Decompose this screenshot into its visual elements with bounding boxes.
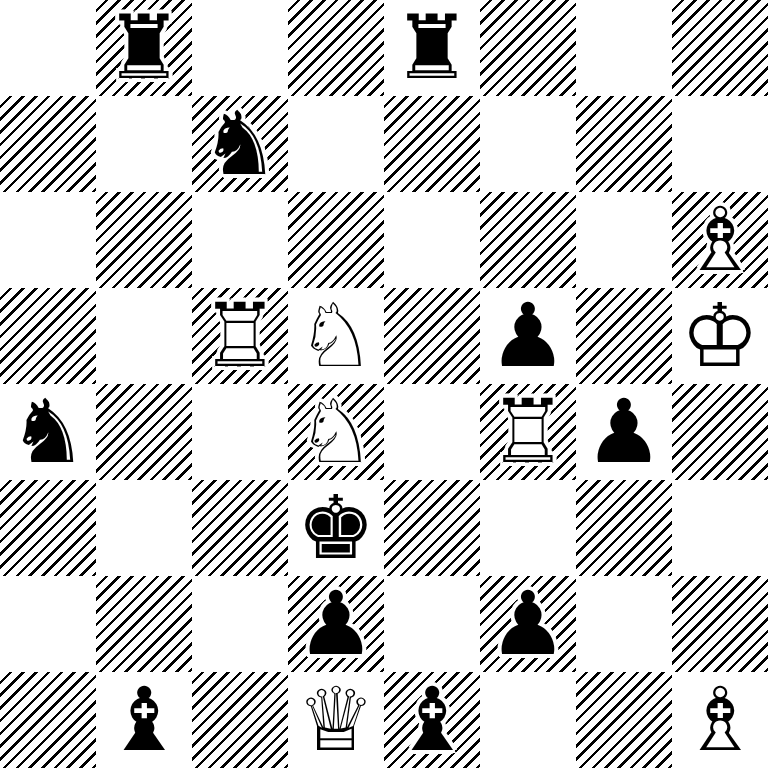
square-c7[interactable]: ♞♞ xyxy=(192,96,288,192)
piece-white-knight[interactable]: ♘ xyxy=(288,384,384,480)
square-f7[interactable] xyxy=(480,96,576,192)
square-b6[interactable] xyxy=(96,192,192,288)
square-d4[interactable]: ♞♘ xyxy=(288,384,384,480)
square-d3[interactable]: ♚♚ xyxy=(288,480,384,576)
piece-black-rook[interactable]: ♜ xyxy=(96,0,192,96)
square-e8[interactable]: ♜♜ xyxy=(384,0,480,96)
square-c5[interactable]: ♜♖ xyxy=(192,288,288,384)
piece-white-king[interactable]: ♔ xyxy=(672,288,768,384)
piece-black-king[interactable]: ♚ xyxy=(288,480,384,576)
piece-white-queen[interactable]: ♕ xyxy=(288,672,384,768)
square-h2[interactable] xyxy=(672,576,768,672)
piece-white-bishop[interactable]: ♗ xyxy=(672,192,768,288)
square-c3[interactable] xyxy=(192,480,288,576)
square-f4[interactable]: ♜♖ xyxy=(480,384,576,480)
square-a6[interactable] xyxy=(0,192,96,288)
square-b4[interactable] xyxy=(96,384,192,480)
square-e3[interactable] xyxy=(384,480,480,576)
square-h4[interactable] xyxy=(672,384,768,480)
square-f8[interactable] xyxy=(480,0,576,96)
square-e6[interactable] xyxy=(384,192,480,288)
square-e5[interactable] xyxy=(384,288,480,384)
piece-white-rook[interactable]: ♖ xyxy=(480,384,576,480)
piece-black-pawn[interactable]: ♟ xyxy=(288,576,384,672)
chess-board: ♜♜♜♜♞♞♝♗♜♖♞♘♟♟♚♔♞♞♞♘♜♖♟♟♚♚♟♟♟♟♝♝♛♕♝♝♝♗ xyxy=(0,0,768,768)
square-c1[interactable] xyxy=(192,672,288,768)
square-f2[interactable]: ♟♟ xyxy=(480,576,576,672)
square-b7[interactable] xyxy=(96,96,192,192)
square-f1[interactable] xyxy=(480,672,576,768)
square-b8[interactable]: ♜♜ xyxy=(96,0,192,96)
square-g1[interactable] xyxy=(576,672,672,768)
square-b2[interactable] xyxy=(96,576,192,672)
square-g2[interactable] xyxy=(576,576,672,672)
piece-black-pawn[interactable]: ♟ xyxy=(480,288,576,384)
square-h6[interactable]: ♝♗ xyxy=(672,192,768,288)
square-g4[interactable]: ♟♟ xyxy=(576,384,672,480)
square-b5[interactable] xyxy=(96,288,192,384)
square-a7[interactable] xyxy=(0,96,96,192)
square-f3[interactable] xyxy=(480,480,576,576)
square-g5[interactable] xyxy=(576,288,672,384)
piece-white-bishop[interactable]: ♗ xyxy=(672,672,768,768)
square-f5[interactable]: ♟♟ xyxy=(480,288,576,384)
square-c2[interactable] xyxy=(192,576,288,672)
square-a4[interactable]: ♞♞ xyxy=(0,384,96,480)
square-h8[interactable] xyxy=(672,0,768,96)
square-c8[interactable] xyxy=(192,0,288,96)
square-e4[interactable] xyxy=(384,384,480,480)
square-g7[interactable] xyxy=(576,96,672,192)
piece-black-pawn[interactable]: ♟ xyxy=(480,576,576,672)
square-d2[interactable]: ♟♟ xyxy=(288,576,384,672)
square-b3[interactable] xyxy=(96,480,192,576)
square-h5[interactable]: ♚♔ xyxy=(672,288,768,384)
square-f6[interactable] xyxy=(480,192,576,288)
piece-black-rook[interactable]: ♜ xyxy=(384,0,480,96)
square-c6[interactable] xyxy=(192,192,288,288)
square-d8[interactable] xyxy=(288,0,384,96)
square-a1[interactable] xyxy=(0,672,96,768)
square-d7[interactable] xyxy=(288,96,384,192)
square-g3[interactable] xyxy=(576,480,672,576)
piece-black-bishop[interactable]: ♝ xyxy=(96,672,192,768)
square-d6[interactable] xyxy=(288,192,384,288)
square-a8[interactable] xyxy=(0,0,96,96)
square-e2[interactable] xyxy=(384,576,480,672)
square-g6[interactable] xyxy=(576,192,672,288)
piece-black-knight[interactable]: ♞ xyxy=(0,384,96,480)
square-b1[interactable]: ♝♝ xyxy=(96,672,192,768)
square-h7[interactable] xyxy=(672,96,768,192)
piece-white-rook[interactable]: ♖ xyxy=(192,288,288,384)
piece-black-pawn[interactable]: ♟ xyxy=(576,384,672,480)
piece-white-knight[interactable]: ♘ xyxy=(288,288,384,384)
square-h1[interactable]: ♝♗ xyxy=(672,672,768,768)
piece-black-knight[interactable]: ♞ xyxy=(192,96,288,192)
square-e1[interactable]: ♝♝ xyxy=(384,672,480,768)
square-h3[interactable] xyxy=(672,480,768,576)
square-a2[interactable] xyxy=(0,576,96,672)
square-e7[interactable] xyxy=(384,96,480,192)
square-a5[interactable] xyxy=(0,288,96,384)
square-d5[interactable]: ♞♘ xyxy=(288,288,384,384)
square-d1[interactable]: ♛♕ xyxy=(288,672,384,768)
square-a3[interactable] xyxy=(0,480,96,576)
square-g8[interactable] xyxy=(576,0,672,96)
piece-black-bishop[interactable]: ♝ xyxy=(384,672,480,768)
square-c4[interactable] xyxy=(192,384,288,480)
